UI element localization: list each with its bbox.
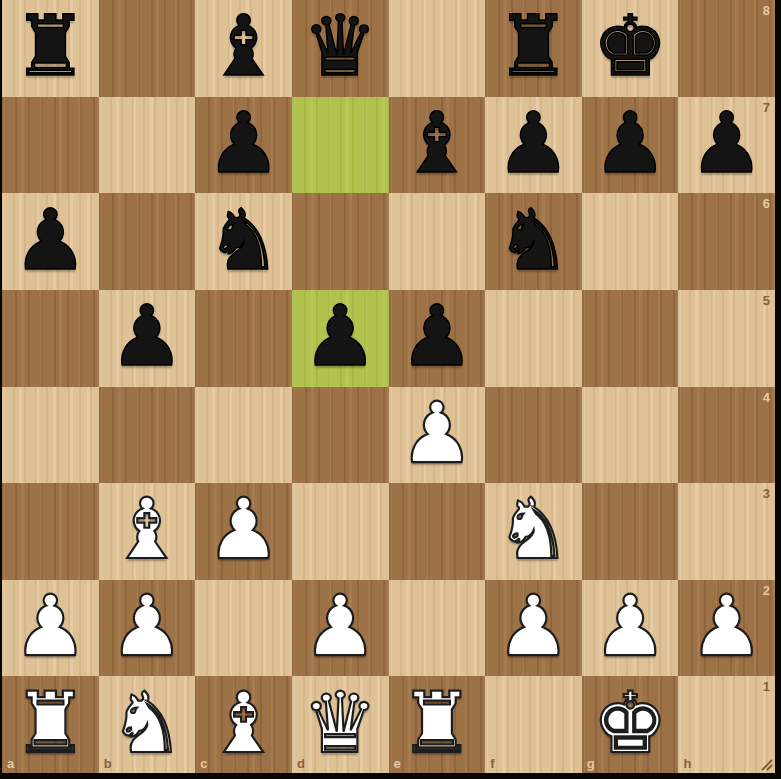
square-g5[interactable] xyxy=(582,290,679,387)
black-bishop-piece[interactable]: ♝ xyxy=(206,4,281,92)
square-b5[interactable]: ♟ xyxy=(99,290,196,387)
rank-label-1: 1 xyxy=(763,680,770,693)
square-a1[interactable]: ♜a xyxy=(2,676,99,773)
white-bishop-piece[interactable]: ♝ xyxy=(109,487,184,575)
square-f8[interactable]: ♜ xyxy=(485,0,582,97)
square-h7[interactable]: ♟7 xyxy=(678,97,775,194)
square-c2[interactable] xyxy=(195,580,292,677)
square-h1[interactable]: 1h xyxy=(678,676,775,773)
square-g6[interactable] xyxy=(582,193,679,290)
white-pawn-piece[interactable]: ♟ xyxy=(399,391,474,479)
square-e4[interactable]: ♟ xyxy=(389,387,486,484)
square-h8[interactable]: 8 xyxy=(678,0,775,97)
square-d6[interactable] xyxy=(292,193,389,290)
white-king-piece[interactable]: ♚ xyxy=(592,681,667,769)
white-pawn-piece[interactable]: ♟ xyxy=(13,584,88,672)
black-king-piece[interactable]: ♚ xyxy=(592,4,667,92)
square-d8[interactable]: ♛ xyxy=(292,0,389,97)
file-label-c: c xyxy=(200,757,207,770)
white-pawn-piece[interactable]: ♟ xyxy=(496,584,571,672)
white-knight-piece[interactable]: ♞ xyxy=(109,681,184,769)
square-e3[interactable] xyxy=(389,483,486,580)
file-label-e: e xyxy=(394,757,401,770)
black-pawn-piece[interactable]: ♟ xyxy=(496,101,571,189)
rank-label-2: 2 xyxy=(763,584,770,597)
file-label-d: d xyxy=(297,757,305,770)
square-b2[interactable]: ♟ xyxy=(99,580,196,677)
white-rook-piece[interactable]: ♜ xyxy=(13,681,88,769)
square-b8[interactable] xyxy=(99,0,196,97)
square-b7[interactable] xyxy=(99,97,196,194)
white-queen-piece[interactable]: ♛ xyxy=(303,681,378,769)
square-g4[interactable] xyxy=(582,387,679,484)
square-h4[interactable]: 4 xyxy=(678,387,775,484)
black-pawn-piece[interactable]: ♟ xyxy=(206,101,281,189)
rank-label-3: 3 xyxy=(763,487,770,500)
black-queen-piece[interactable]: ♛ xyxy=(303,4,378,92)
rank-label-8: 8 xyxy=(763,4,770,17)
black-pawn-piece[interactable]: ♟ xyxy=(109,294,184,382)
file-label-a: a xyxy=(7,757,14,770)
black-rook-piece[interactable]: ♜ xyxy=(13,4,88,92)
square-d2[interactable]: ♟ xyxy=(292,580,389,677)
black-knight-piece[interactable]: ♞ xyxy=(496,198,571,286)
square-c4[interactable] xyxy=(195,387,292,484)
black-rook-piece[interactable]: ♜ xyxy=(496,4,571,92)
square-f1[interactable]: f xyxy=(485,676,582,773)
square-e2[interactable] xyxy=(389,580,486,677)
square-h3[interactable]: 3 xyxy=(678,483,775,580)
square-b4[interactable] xyxy=(99,387,196,484)
white-pawn-piece[interactable]: ♟ xyxy=(592,584,667,672)
square-g2[interactable]: ♟ xyxy=(582,580,679,677)
square-f2[interactable]: ♟ xyxy=(485,580,582,677)
file-label-h: h xyxy=(683,757,691,770)
square-g3[interactable] xyxy=(582,483,679,580)
square-b3[interactable]: ♝ xyxy=(99,483,196,580)
white-knight-piece[interactable]: ♞ xyxy=(496,487,571,575)
square-g1[interactable]: ♚g xyxy=(582,676,679,773)
white-rook-piece[interactable]: ♜ xyxy=(399,681,474,769)
square-d4[interactable] xyxy=(292,387,389,484)
square-h5[interactable]: 5 xyxy=(678,290,775,387)
white-pawn-piece[interactable]: ♟ xyxy=(689,584,764,672)
black-pawn-piece[interactable]: ♟ xyxy=(13,198,88,286)
square-c5[interactable] xyxy=(195,290,292,387)
square-f3[interactable]: ♞ xyxy=(485,483,582,580)
white-bishop-piece[interactable]: ♝ xyxy=(206,681,281,769)
square-g8[interactable]: ♚ xyxy=(582,0,679,97)
square-a8[interactable]: ♜ xyxy=(2,0,99,97)
square-a3[interactable] xyxy=(2,483,99,580)
square-e7[interactable]: ♝ xyxy=(389,97,486,194)
square-a2[interactable]: ♟ xyxy=(2,580,99,677)
square-c3[interactable]: ♟ xyxy=(195,483,292,580)
square-h2[interactable]: ♟2 xyxy=(678,580,775,677)
black-pawn-piece[interactable]: ♟ xyxy=(303,294,378,382)
square-e5[interactable]: ♟ xyxy=(389,290,486,387)
rank-label-4: 4 xyxy=(763,391,770,404)
board-resize-handle-icon[interactable] xyxy=(758,756,774,772)
square-d3[interactable] xyxy=(292,483,389,580)
page-background: ♜♝♛♜♚8♟♝♟♟♟7♟♞♞6♟♟♟5♟4♝♟♞3♟♟♟♟♟♟2♜a♞b♝c♛… xyxy=(0,0,781,779)
square-b6[interactable] xyxy=(99,193,196,290)
square-f4[interactable] xyxy=(485,387,582,484)
file-label-g: g xyxy=(587,757,595,770)
square-f5[interactable] xyxy=(485,290,582,387)
square-d7[interactable] xyxy=(292,97,389,194)
white-pawn-piece[interactable]: ♟ xyxy=(303,584,378,672)
square-d1[interactable]: ♛d xyxy=(292,676,389,773)
black-pawn-piece[interactable]: ♟ xyxy=(399,294,474,382)
black-knight-piece[interactable]: ♞ xyxy=(206,198,281,286)
square-a6[interactable]: ♟ xyxy=(2,193,99,290)
square-e8[interactable] xyxy=(389,0,486,97)
square-b1[interactable]: ♞b xyxy=(99,676,196,773)
rank-label-7: 7 xyxy=(763,101,770,114)
file-label-f: f xyxy=(490,757,494,770)
chess-board: ♜♝♛♜♚8♟♝♟♟♟7♟♞♞6♟♟♟5♟4♝♟♞3♟♟♟♟♟♟2♜a♞b♝c♛… xyxy=(2,0,775,773)
square-c1[interactable]: ♝c xyxy=(195,676,292,773)
black-pawn-piece[interactable]: ♟ xyxy=(689,101,764,189)
black-bishop-piece[interactable]: ♝ xyxy=(399,101,474,189)
square-h6[interactable]: 6 xyxy=(678,193,775,290)
black-pawn-piece[interactable]: ♟ xyxy=(592,101,667,189)
rank-label-6: 6 xyxy=(763,197,770,210)
square-g7[interactable]: ♟ xyxy=(582,97,679,194)
rank-label-5: 5 xyxy=(763,294,770,307)
white-pawn-piece[interactable]: ♟ xyxy=(109,584,184,672)
file-label-b: b xyxy=(104,757,112,770)
white-pawn-piece[interactable]: ♟ xyxy=(206,487,281,575)
square-e6[interactable] xyxy=(389,193,486,290)
square-d5[interactable]: ♟ xyxy=(292,290,389,387)
square-a7[interactable] xyxy=(2,97,99,194)
square-a5[interactable] xyxy=(2,290,99,387)
square-c6[interactable]: ♞ xyxy=(195,193,292,290)
square-c7[interactable]: ♟ xyxy=(195,97,292,194)
square-f7[interactable]: ♟ xyxy=(485,97,582,194)
square-a4[interactable] xyxy=(2,387,99,484)
square-f6[interactable]: ♞ xyxy=(485,193,582,290)
square-e1[interactable]: ♜e xyxy=(389,676,486,773)
square-c8[interactable]: ♝ xyxy=(195,0,292,97)
